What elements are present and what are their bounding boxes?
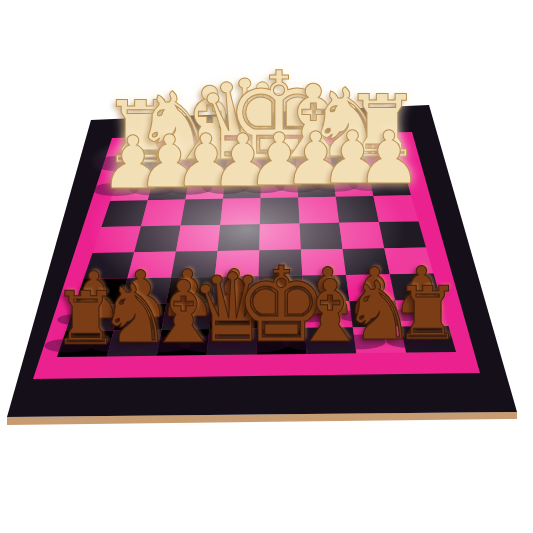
chessboard-photo: ♜♞♝♛♚♝♞♜♟♟♟♟♟♟♟♟♟♟♟♟♟♟♟♟♜♞♝♛♚♝♞♜ bbox=[0, 0, 533, 533]
black-rook[interactable]: ♜ bbox=[395, 276, 461, 350]
pieces-layer: ♜♞♝♛♚♝♞♜♟♟♟♟♟♟♟♟♟♟♟♟♟♟♟♟♜♞♝♛♚♝♞♜ bbox=[0, 0, 533, 533]
white-pawn[interactable]: ♟ bbox=[356, 121, 421, 194]
